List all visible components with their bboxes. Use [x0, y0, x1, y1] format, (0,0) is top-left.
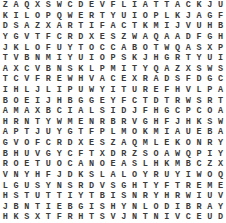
- grid-cell[interactable]: Q: [129, 138, 140, 149]
- grid-cell[interactable]: E: [22, 96, 33, 107]
- grid-cell[interactable]: G: [140, 117, 151, 128]
- grid-cell[interactable]: Y: [108, 96, 119, 107]
- grid-cell[interactable]: S: [204, 117, 215, 128]
- grid-cell[interactable]: A: [108, 170, 119, 181]
- grid-cell[interactable]: T: [32, 159, 43, 170]
- grid-cell[interactable]: D: [75, 32, 86, 43]
- grid-cell[interactable]: Y: [215, 138, 226, 149]
- grid-cell[interactable]: G: [204, 74, 215, 85]
- grid-cell[interactable]: O: [11, 96, 22, 107]
- grid-cell[interactable]: A: [140, 32, 151, 43]
- grid-cell[interactable]: U: [204, 53, 215, 64]
- grid-cell[interactable]: N: [22, 117, 33, 128]
- grid-cell[interactable]: A: [215, 85, 226, 96]
- grid-cell[interactable]: K: [172, 11, 183, 22]
- grid-cell[interactable]: G: [204, 32, 215, 43]
- grid-cell[interactable]: T: [140, 96, 151, 107]
- grid-cell[interactable]: T: [129, 64, 140, 75]
- grid-cell[interactable]: G: [161, 106, 172, 117]
- grid-cell[interactable]: D: [108, 149, 119, 160]
- grid-cell[interactable]: E: [75, 117, 86, 128]
- grid-cell[interactable]: C: [22, 64, 33, 75]
- grid-cell[interactable]: B: [11, 202, 22, 213]
- grid-cell[interactable]: T: [151, 42, 162, 53]
- grid-cell[interactable]: U: [204, 212, 215, 223]
- grid-cell[interactable]: C: [65, 159, 76, 170]
- grid-cell[interactable]: C: [108, 74, 119, 85]
- grid-cell[interactable]: C: [97, 42, 108, 53]
- grid-cell[interactable]: B: [108, 117, 119, 128]
- grid-cell[interactable]: E: [194, 181, 205, 192]
- grid-cell[interactable]: E: [97, 32, 108, 43]
- grid-cell[interactable]: B: [0, 149, 11, 160]
- grid-cell[interactable]: X: [32, 212, 43, 223]
- grid-cell[interactable]: P: [65, 85, 76, 96]
- grid-cell[interactable]: H: [11, 85, 22, 96]
- grid-cell[interactable]: J: [140, 53, 151, 64]
- grid-cell[interactable]: T: [86, 191, 97, 202]
- grid-cell[interactable]: V: [32, 64, 43, 75]
- grid-cell[interactable]: P: [97, 64, 108, 75]
- grid-cell[interactable]: I: [65, 106, 76, 117]
- grid-cell[interactable]: A: [75, 106, 86, 117]
- grid-cell[interactable]: Z: [172, 64, 183, 75]
- grid-cell[interactable]: V: [183, 21, 194, 32]
- grid-cell[interactable]: M: [140, 138, 151, 149]
- grid-cell[interactable]: A: [215, 106, 226, 117]
- grid-cell[interactable]: F: [194, 32, 205, 43]
- grid-cell[interactable]: N: [22, 202, 33, 213]
- grid-cell[interactable]: J: [129, 106, 140, 117]
- grid-cell[interactable]: C: [11, 74, 22, 85]
- grid-cell[interactable]: E: [86, 0, 97, 11]
- grid-cell[interactable]: O: [140, 42, 151, 53]
- grid-cell[interactable]: A: [140, 0, 151, 11]
- grid-cell[interactable]: V: [215, 191, 226, 202]
- grid-cell[interactable]: I: [161, 127, 172, 138]
- grid-cell[interactable]: T: [86, 149, 97, 160]
- grid-cell[interactable]: C: [43, 138, 54, 149]
- grid-cell[interactable]: F: [75, 149, 86, 160]
- grid-cell[interactable]: B: [183, 159, 194, 170]
- grid-cell[interactable]: K: [161, 159, 172, 170]
- grid-cell[interactable]: M: [151, 127, 162, 138]
- grid-cell[interactable]: C: [172, 106, 183, 117]
- grid-cell[interactable]: Y: [65, 53, 76, 64]
- grid-cell[interactable]: E: [97, 96, 108, 107]
- grid-cell[interactable]: D: [161, 202, 172, 213]
- grid-cell[interactable]: L: [22, 42, 33, 53]
- grid-cell[interactable]: X: [43, 21, 54, 32]
- grid-cell[interactable]: F: [97, 21, 108, 32]
- grid-cell[interactable]: F: [161, 181, 172, 192]
- grid-cell[interactable]: W: [204, 64, 215, 75]
- grid-cell[interactable]: W: [161, 42, 172, 53]
- grid-cell[interactable]: R: [75, 181, 86, 192]
- grid-cell[interactable]: G: [86, 96, 97, 107]
- grid-cell[interactable]: S: [118, 53, 129, 64]
- grid-cell[interactable]: P: [11, 127, 22, 138]
- grid-cell[interactable]: J: [54, 170, 65, 181]
- grid-cell[interactable]: J: [183, 11, 194, 22]
- grid-cell[interactable]: M: [43, 53, 54, 64]
- grid-cell[interactable]: Y: [22, 170, 33, 181]
- grid-cell[interactable]: E: [108, 159, 119, 170]
- grid-cell[interactable]: O: [97, 53, 108, 64]
- grid-cell[interactable]: H: [161, 191, 172, 202]
- grid-cell[interactable]: H: [0, 191, 11, 202]
- grid-cell[interactable]: C: [183, 0, 194, 11]
- grid-cell[interactable]: I: [0, 85, 11, 96]
- grid-cell[interactable]: I: [108, 106, 119, 117]
- grid-cell[interactable]: A: [0, 64, 11, 75]
- grid-cell[interactable]: I: [194, 191, 205, 202]
- grid-cell[interactable]: T: [161, 96, 172, 107]
- grid-cell[interactable]: L: [43, 85, 54, 96]
- grid-cell[interactable]: C: [183, 212, 194, 223]
- grid-cell[interactable]: B: [65, 96, 76, 107]
- grid-cell[interactable]: W: [215, 117, 226, 128]
- grid-cell[interactable]: P: [183, 106, 194, 117]
- grid-cell[interactable]: X: [75, 138, 86, 149]
- grid-cell[interactable]: X: [86, 32, 97, 43]
- grid-cell[interactable]: A: [161, 64, 172, 75]
- grid-cell[interactable]: B: [0, 96, 11, 107]
- grid-cell[interactable]: J: [0, 202, 11, 213]
- grid-cell[interactable]: P: [215, 42, 226, 53]
- grid-cell[interactable]: I: [86, 21, 97, 32]
- grid-cell[interactable]: D: [118, 106, 129, 117]
- grid-cell[interactable]: N: [54, 181, 65, 192]
- grid-cell[interactable]: P: [43, 11, 54, 22]
- grid-cell[interactable]: Y: [43, 117, 54, 128]
- grid-cell[interactable]: J: [172, 21, 183, 32]
- grid-cell[interactable]: E: [215, 181, 226, 192]
- grid-cell[interactable]: J: [43, 96, 54, 107]
- grid-cell[interactable]: W: [54, 117, 65, 128]
- grid-cell[interactable]: A: [172, 0, 183, 11]
- grid-cell[interactable]: T: [97, 11, 108, 22]
- grid-cell[interactable]: O: [129, 170, 140, 181]
- grid-cell[interactable]: R: [65, 212, 76, 223]
- grid-cell[interactable]: H: [151, 159, 162, 170]
- grid-cell[interactable]: T: [86, 212, 97, 223]
- grid-cell[interactable]: M: [172, 159, 183, 170]
- grid-cell[interactable]: Y: [54, 127, 65, 138]
- grid-cell[interactable]: M: [108, 64, 119, 75]
- grid-cell[interactable]: H: [151, 117, 162, 128]
- grid-cell[interactable]: I: [204, 149, 215, 160]
- grid-cell[interactable]: R: [140, 85, 151, 96]
- grid-cell[interactable]: L: [97, 170, 108, 181]
- grid-cell[interactable]: T: [54, 191, 65, 202]
- grid-cell[interactable]: I: [32, 96, 43, 107]
- grid-cell[interactable]: U: [22, 149, 33, 160]
- grid-cell[interactable]: V: [11, 53, 22, 64]
- grid-cell[interactable]: E: [54, 202, 65, 213]
- grid-cell[interactable]: G: [118, 181, 129, 192]
- grid-cell[interactable]: C: [118, 21, 129, 32]
- grid-cell[interactable]: Z: [32, 21, 43, 32]
- grid-cell[interactable]: D: [151, 96, 162, 107]
- grid-cell[interactable]: R: [172, 191, 183, 202]
- grid-cell[interactable]: X: [215, 159, 226, 170]
- grid-cell[interactable]: N: [129, 191, 140, 202]
- grid-cell[interactable]: J: [0, 42, 11, 53]
- grid-cell[interactable]: P: [97, 127, 108, 138]
- grid-cell[interactable]: V: [97, 0, 108, 11]
- grid-cell[interactable]: U: [183, 127, 194, 138]
- grid-cell[interactable]: S: [97, 138, 108, 149]
- grid-cell[interactable]: B: [22, 53, 33, 64]
- grid-cell[interactable]: I: [11, 11, 22, 22]
- grid-cell[interactable]: O: [204, 106, 215, 117]
- grid-cell[interactable]: K: [0, 11, 11, 22]
- grid-cell[interactable]: Q: [183, 149, 194, 160]
- grid-cell[interactable]: I: [65, 191, 76, 202]
- grid-cell[interactable]: Q: [151, 32, 162, 43]
- grid-cell[interactable]: R: [204, 138, 215, 149]
- grid-cell[interactable]: S: [108, 32, 119, 43]
- grid-cell[interactable]: Z: [118, 32, 129, 43]
- grid-cell[interactable]: R: [140, 191, 151, 202]
- grid-cell[interactable]: O: [32, 11, 43, 22]
- grid-cell[interactable]: T: [43, 212, 54, 223]
- grid-cell[interactable]: H: [215, 32, 226, 43]
- grid-cell[interactable]: T: [172, 181, 183, 192]
- grid-cell[interactable]: T: [0, 53, 11, 64]
- grid-cell[interactable]: V: [97, 181, 108, 192]
- grid-cell[interactable]: A: [75, 159, 86, 170]
- grid-cell[interactable]: V: [172, 212, 183, 223]
- grid-cell[interactable]: S: [22, 212, 33, 223]
- grid-cell[interactable]: I: [161, 21, 172, 32]
- grid-cell[interactable]: X: [32, 106, 43, 117]
- grid-cell[interactable]: U: [75, 53, 86, 64]
- grid-cell[interactable]: Y: [140, 64, 151, 75]
- grid-cell[interactable]: S: [108, 181, 119, 192]
- grid-cell[interactable]: O: [22, 138, 33, 149]
- grid-cell[interactable]: D: [65, 138, 76, 149]
- grid-cell[interactable]: N: [54, 64, 65, 75]
- grid-cell[interactable]: X: [32, 0, 43, 11]
- grid-cell[interactable]: I: [172, 202, 183, 213]
- grid-cell[interactable]: Y: [75, 191, 86, 202]
- grid-cell[interactable]: Y: [118, 202, 129, 213]
- grid-cell[interactable]: T: [140, 212, 151, 223]
- grid-cell[interactable]: S: [118, 191, 129, 202]
- grid-cell[interactable]: F: [43, 42, 54, 53]
- grid-cell[interactable]: T: [118, 85, 129, 96]
- grid-cell[interactable]: U: [129, 85, 140, 96]
- grid-cell[interactable]: D: [86, 181, 97, 192]
- grid-cell[interactable]: A: [183, 42, 194, 53]
- grid-cell[interactable]: K: [75, 64, 86, 75]
- grid-cell[interactable]: T: [43, 191, 54, 202]
- grid-cell[interactable]: P: [108, 53, 119, 64]
- grid-cell[interactable]: X: [183, 64, 194, 75]
- grid-cell[interactable]: I: [118, 64, 129, 75]
- grid-cell[interactable]: F: [161, 117, 172, 128]
- grid-cell[interactable]: A: [54, 21, 65, 32]
- grid-cell[interactable]: W: [86, 85, 97, 96]
- grid-cell[interactable]: A: [161, 149, 172, 160]
- grid-cell[interactable]: A: [11, 0, 22, 11]
- grid-cell[interactable]: U: [75, 85, 86, 96]
- grid-cell[interactable]: B: [215, 21, 226, 32]
- grid-cell[interactable]: V: [22, 74, 33, 85]
- grid-cell[interactable]: Y: [0, 32, 11, 43]
- grid-cell[interactable]: A: [118, 138, 129, 149]
- grid-cell[interactable]: H: [54, 96, 65, 107]
- grid-cell[interactable]: I: [54, 53, 65, 64]
- grid-cell[interactable]: S: [172, 74, 183, 85]
- grid-cell[interactable]: W: [172, 149, 183, 160]
- grid-cell[interactable]: O: [97, 159, 108, 170]
- grid-cell[interactable]: T: [183, 53, 194, 64]
- grid-cell[interactable]: B: [65, 202, 76, 213]
- grid-cell[interactable]: K: [140, 21, 151, 32]
- grid-cell[interactable]: W: [65, 74, 76, 85]
- grid-cell[interactable]: E: [151, 85, 162, 96]
- grid-cell[interactable]: R: [97, 117, 108, 128]
- grid-cell[interactable]: U: [204, 191, 215, 202]
- grid-cell[interactable]: S: [11, 191, 22, 202]
- grid-cell[interactable]: G: [11, 32, 22, 43]
- grid-cell[interactable]: T: [22, 191, 33, 202]
- grid-cell[interactable]: Y: [140, 170, 151, 181]
- grid-cell[interactable]: I: [129, 11, 140, 22]
- grid-cell[interactable]: Q: [151, 64, 162, 75]
- grid-cell[interactable]: I: [108, 85, 119, 96]
- grid-cell[interactable]: Y: [151, 191, 162, 202]
- grid-cell[interactable]: E: [75, 11, 86, 22]
- grid-cell[interactable]: V: [22, 32, 33, 43]
- grid-cell[interactable]: F: [183, 74, 194, 85]
- grid-cell[interactable]: Z: [108, 138, 119, 149]
- grid-cell[interactable]: Y: [151, 181, 162, 192]
- grid-cell[interactable]: I: [54, 85, 65, 96]
- grid-cell[interactable]: X: [204, 42, 215, 53]
- grid-cell[interactable]: U: [43, 159, 54, 170]
- grid-cell[interactable]: I: [183, 170, 194, 181]
- grid-cell[interactable]: S: [65, 181, 76, 192]
- grid-cell[interactable]: N: [129, 212, 140, 223]
- grid-cell[interactable]: R: [194, 202, 205, 213]
- grid-cell[interactable]: S: [43, 0, 54, 11]
- grid-cell[interactable]: T: [32, 117, 43, 128]
- grid-cell[interactable]: W: [183, 191, 194, 202]
- grid-cell[interactable]: I: [86, 53, 97, 64]
- grid-cell[interactable]: E: [118, 74, 129, 85]
- grid-cell[interactable]: R: [65, 32, 76, 43]
- grid-cell[interactable]: Y: [97, 85, 108, 96]
- grid-cell[interactable]: O: [183, 138, 194, 149]
- grid-cell[interactable]: Q: [215, 170, 226, 181]
- grid-cell[interactable]: R: [43, 74, 54, 85]
- grid-cell[interactable]: C: [54, 106, 65, 117]
- grid-cell[interactable]: O: [54, 159, 65, 170]
- grid-cell[interactable]: L: [22, 11, 33, 22]
- grid-cell[interactable]: R: [151, 170, 162, 181]
- grid-cell[interactable]: F: [140, 106, 151, 117]
- grid-cell[interactable]: J: [172, 117, 183, 128]
- grid-cell[interactable]: T: [75, 42, 86, 53]
- grid-cell[interactable]: G: [204, 11, 215, 22]
- grid-cell[interactable]: R: [172, 96, 183, 107]
- grid-cell[interactable]: D: [215, 212, 226, 223]
- grid-cell[interactable]: T: [32, 202, 43, 213]
- grid-cell[interactable]: L: [118, 170, 129, 181]
- grid-cell[interactable]: A: [108, 21, 119, 32]
- grid-cell[interactable]: S: [140, 149, 151, 160]
- grid-cell[interactable]: K: [75, 170, 86, 181]
- grid-cell[interactable]: L: [0, 181, 11, 192]
- grid-cell[interactable]: I: [43, 202, 54, 213]
- grid-cell[interactable]: U: [215, 0, 226, 11]
- grid-cell[interactable]: R: [140, 74, 151, 85]
- grid-cell[interactable]: F: [108, 0, 119, 11]
- grid-cell[interactable]: S: [97, 212, 108, 223]
- grid-cell[interactable]: L: [140, 202, 151, 213]
- grid-cell[interactable]: A: [0, 127, 11, 138]
- grid-cell[interactable]: H: [151, 106, 162, 117]
- grid-cell[interactable]: V: [183, 85, 194, 96]
- grid-cell[interactable]: G: [161, 53, 172, 64]
- grid-cell[interactable]: L: [108, 127, 119, 138]
- grid-cell[interactable]: T: [75, 21, 86, 32]
- grid-cell[interactable]: Z: [129, 149, 140, 160]
- grid-cell[interactable]: A: [0, 106, 11, 117]
- grid-cell[interactable]: L: [194, 85, 205, 96]
- grid-cell[interactable]: I: [108, 191, 119, 202]
- grid-cell[interactable]: Y: [43, 181, 54, 192]
- grid-cell[interactable]: G: [75, 202, 86, 213]
- grid-cell[interactable]: I: [215, 53, 226, 64]
- grid-cell[interactable]: F: [161, 85, 172, 96]
- grid-cell[interactable]: W: [129, 32, 140, 43]
- grid-cell[interactable]: K: [129, 53, 140, 64]
- grid-cell[interactable]: Y: [194, 53, 205, 64]
- grid-cell[interactable]: D: [75, 0, 86, 11]
- grid-cell[interactable]: F: [32, 138, 43, 149]
- grid-cell[interactable]: S: [194, 42, 205, 53]
- grid-cell[interactable]: H: [204, 21, 215, 32]
- grid-cell[interactable]: F: [43, 170, 54, 181]
- grid-cell[interactable]: D: [161, 74, 172, 85]
- grid-cell[interactable]: O: [204, 170, 215, 181]
- grid-cell[interactable]: A: [118, 42, 129, 53]
- grid-cell[interactable]: O: [151, 202, 162, 213]
- grid-cell[interactable]: S: [86, 170, 97, 181]
- grid-cell[interactable]: R: [172, 53, 183, 64]
- grid-cell[interactable]: Y: [215, 149, 226, 160]
- grid-cell[interactable]: S: [194, 64, 205, 75]
- grid-cell[interactable]: R: [11, 117, 22, 128]
- grid-cell[interactable]: H: [0, 212, 11, 223]
- grid-cell[interactable]: P: [194, 149, 205, 160]
- grid-cell[interactable]: S: [97, 106, 108, 117]
- grid-cell[interactable]: K: [11, 42, 22, 53]
- grid-cell[interactable]: I: [161, 212, 172, 223]
- grid-cell[interactable]: A: [97, 74, 108, 85]
- grid-cell[interactable]: N: [194, 138, 205, 149]
- grid-cell[interactable]: T: [22, 127, 33, 138]
- grid-cell[interactable]: B: [43, 106, 54, 117]
- grid-cell[interactable]: R: [204, 96, 215, 107]
- grid-cell[interactable]: T: [129, 21, 140, 32]
- grid-cell[interactable]: G: [43, 149, 54, 160]
